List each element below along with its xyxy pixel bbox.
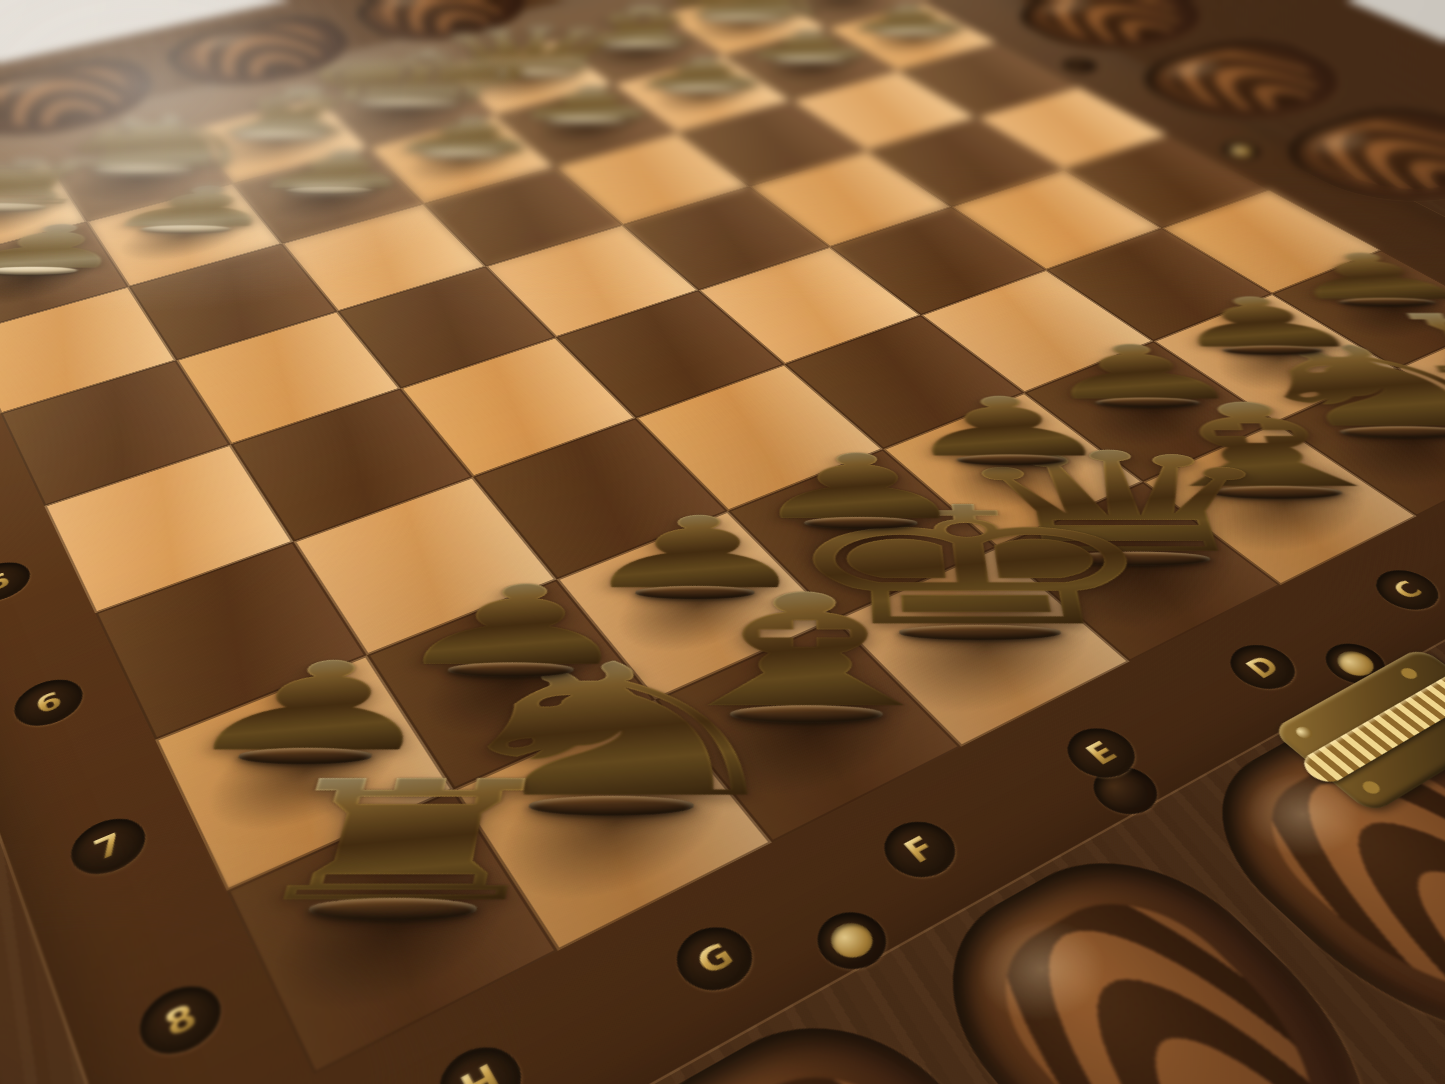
piece-base	[773, 58, 847, 63]
piece-white-pawn-h2[interactable]: ♟	[0, 222, 134, 275]
piece-base	[663, 87, 740, 92]
board-plane: HGFEDCBA12345678 ♜♞♝♛♚♝♞♜♟♟♟♟♟♟♟♟♟♟♟♟♟♟♟…	[0, 0, 1445, 1084]
piece-base	[875, 31, 947, 36]
piece-white-rook-h1[interactable]: ♜	[0, 159, 107, 211]
pawn-glyph: ♟	[0, 224, 157, 271]
chess-board-photo: HGFEDCBA12345678 ♜♞♝♛♚♝♞♜♟♟♟♟♟♟♟♟♟♟♟♟♟♟♟…	[0, 0, 1445, 1084]
